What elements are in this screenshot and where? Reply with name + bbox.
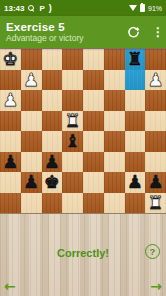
- battery-icon: [140, 4, 145, 12]
- square-g4[interactable]: [21, 111, 42, 132]
- bottom-panel: Correctly! ? ← →: [0, 214, 166, 296]
- square-d6[interactable]: [83, 152, 104, 173]
- square-a4[interactable]: [145, 111, 166, 132]
- square-f8[interactable]: [42, 193, 63, 214]
- search-icon: [28, 5, 35, 12]
- square-a1[interactable]: [145, 49, 166, 70]
- square-b7[interactable]: ♟: [125, 172, 146, 193]
- square-f1[interactable]: [42, 49, 63, 70]
- square-g2[interactable]: ♟: [21, 70, 42, 91]
- square-c5[interactable]: [104, 131, 125, 152]
- square-e4[interactable]: ♜: [62, 111, 83, 132]
- square-e2[interactable]: [62, 70, 83, 91]
- square-h6[interactable]: ♟: [0, 152, 21, 173]
- piece-black-pawn: ♟: [44, 152, 60, 172]
- square-h3[interactable]: ♟: [0, 90, 21, 111]
- square-g7[interactable]: ♟: [21, 172, 42, 193]
- square-e1[interactable]: [62, 49, 83, 70]
- square-c8[interactable]: [104, 193, 125, 214]
- status-bar: 13:43 P ) 91%: [0, 0, 166, 16]
- square-f3[interactable]: [42, 90, 63, 111]
- refresh-icon: [127, 26, 140, 39]
- square-d1[interactable]: [83, 49, 104, 70]
- square-h8[interactable]: [0, 193, 21, 214]
- battery-percent: 91%: [148, 5, 162, 12]
- square-b6[interactable]: [125, 152, 146, 173]
- clock: 13:43: [4, 4, 24, 13]
- square-f4[interactable]: [42, 111, 63, 132]
- square-d2[interactable]: [83, 70, 104, 91]
- piece-white-pawn: ♟: [2, 90, 18, 110]
- help-button[interactable]: ?: [145, 244, 160, 259]
- square-c6[interactable]: [104, 152, 125, 173]
- square-a5[interactable]: [145, 131, 166, 152]
- crescent-icon: ): [49, 3, 52, 13]
- page-subtitle: Advantage or victory: [6, 34, 83, 44]
- overflow-menu-button[interactable]: ⋮: [152, 25, 160, 39]
- piece-white-rook: ♜: [148, 193, 164, 213]
- square-b2[interactable]: [125, 70, 146, 91]
- square-d8[interactable]: [83, 193, 104, 214]
- next-exercise-button[interactable]: →: [150, 278, 162, 294]
- square-c3[interactable]: [104, 90, 125, 111]
- wifi-icon: [129, 5, 137, 11]
- page-title: Exercise 5: [6, 21, 83, 34]
- square-a7[interactable]: ♟: [145, 172, 166, 193]
- square-d3[interactable]: [83, 90, 104, 111]
- square-b4[interactable]: [125, 111, 146, 132]
- square-h5[interactable]: [0, 131, 21, 152]
- square-a6[interactable]: [145, 152, 166, 173]
- square-e7[interactable]: [62, 172, 83, 193]
- piece-white-king: ♚: [2, 49, 18, 69]
- square-f7[interactable]: ♚: [42, 172, 63, 193]
- square-b1[interactable]: ♜: [125, 49, 146, 70]
- square-g8[interactable]: [21, 193, 42, 214]
- app-window: 13:43 P ) 91% Exercise 5 Advantage or vi…: [0, 0, 166, 296]
- square-g3[interactable]: [21, 90, 42, 111]
- square-g1[interactable]: [21, 49, 42, 70]
- app-bar: Exercise 5 Advantage or victory ⋮: [0, 16, 166, 48]
- square-b8[interactable]: [125, 193, 146, 214]
- piece-black-bishop: ♝: [65, 131, 81, 151]
- square-e3[interactable]: [62, 90, 83, 111]
- square-c7[interactable]: [104, 172, 125, 193]
- square-c1[interactable]: [104, 49, 125, 70]
- square-g5[interactable]: [21, 131, 42, 152]
- piece-white-pawn: ♟: [148, 70, 164, 90]
- piece-white-pawn: ♟: [23, 70, 39, 90]
- piece-white-rook: ♜: [65, 111, 81, 131]
- piece-black-pawn: ♟: [127, 172, 143, 192]
- square-h4[interactable]: [0, 111, 21, 132]
- square-c2[interactable]: [104, 70, 125, 91]
- square-f5[interactable]: [42, 131, 63, 152]
- square-b3[interactable]: [125, 90, 146, 111]
- feedback-message: Correctly!: [0, 247, 166, 259]
- chess-board: ♚♜♟♟♟♜♝♟♟♟♚♟♟♜: [0, 48, 166, 214]
- square-a8[interactable]: ♜: [145, 193, 166, 214]
- piece-black-pawn: ♟: [148, 172, 164, 192]
- piece-black-pawn: ♟: [23, 172, 39, 192]
- square-d4[interactable]: [83, 111, 104, 132]
- square-f6[interactable]: ♟: [42, 152, 63, 173]
- piece-black-rook: ♜: [127, 49, 143, 69]
- square-h1[interactable]: ♚: [0, 49, 21, 70]
- square-h2[interactable]: [0, 70, 21, 91]
- square-a2[interactable]: ♟: [145, 70, 166, 91]
- square-c4[interactable]: [104, 111, 125, 132]
- piece-black-pawn: ♟: [2, 152, 18, 172]
- square-d7[interactable]: [83, 172, 104, 193]
- square-g6[interactable]: [21, 152, 42, 173]
- piece-black-king: ♚: [44, 172, 60, 192]
- refresh-button[interactable]: [126, 25, 140, 39]
- square-e5[interactable]: ♝: [62, 131, 83, 152]
- square-e8[interactable]: [62, 193, 83, 214]
- previous-exercise-button[interactable]: ←: [4, 278, 16, 294]
- square-f2[interactable]: [42, 70, 63, 91]
- square-d5[interactable]: [83, 131, 104, 152]
- p-notification-icon: P: [39, 4, 44, 13]
- square-h7[interactable]: [0, 172, 21, 193]
- square-a3[interactable]: [145, 90, 166, 111]
- square-e6[interactable]: [62, 152, 83, 173]
- square-b5[interactable]: [125, 131, 146, 152]
